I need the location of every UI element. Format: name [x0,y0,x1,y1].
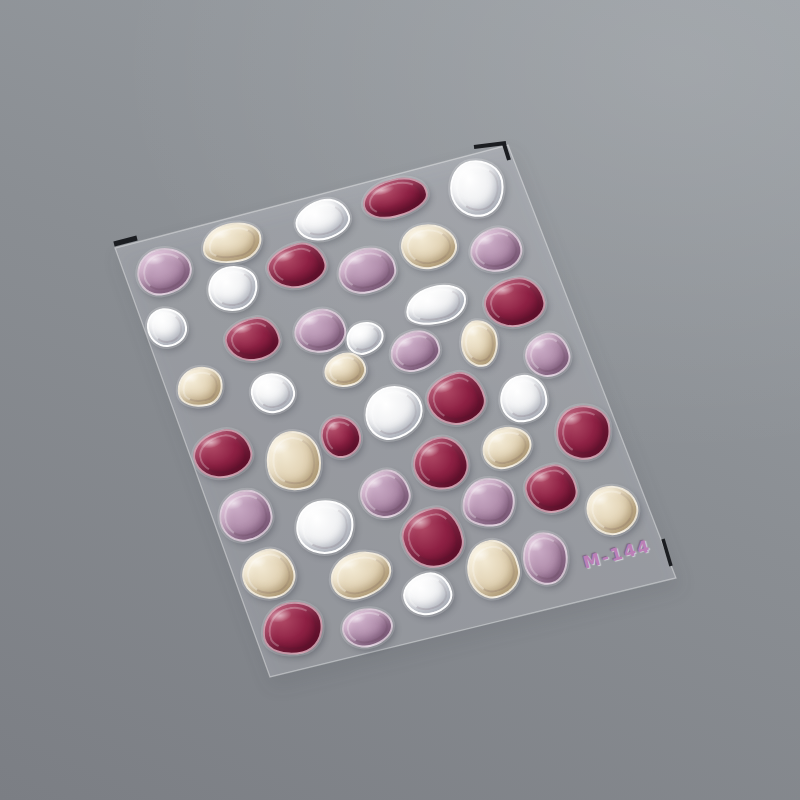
sticker-burgundy [221,313,283,365]
sticker-burgundy [480,273,548,331]
sticker-white [248,370,298,416]
sticker-layer [0,0,800,800]
sticker-burgundy [188,424,256,483]
sticker-mauve [290,304,350,358]
sticker-burgundy [408,431,473,494]
sticker-white [445,155,508,221]
sticker-beige [173,362,227,411]
sticker-burgundy [358,172,431,225]
sticker-beige [258,424,328,497]
sticker-beige [458,317,500,368]
sticker-burgundy [422,367,491,431]
sticker-white [290,193,354,247]
sticker-mauve [458,474,518,531]
sticker-white [204,260,263,315]
sticker-mauve [355,464,416,523]
sticker-burgundy [522,461,581,517]
sticker-mauve [213,484,276,546]
sticker-burgundy [550,399,616,465]
sticker-mauve [518,528,572,589]
sticker-burgundy [262,237,330,295]
sticker-white [401,279,471,332]
sticker-mauve [338,602,397,652]
photo-background: M-144 [0,0,800,800]
sticker-beige [398,220,460,272]
sticker-mauve [520,329,573,381]
sticker-burgundy [397,503,467,573]
sticker-white [145,306,188,348]
sticker-white [398,568,455,620]
sticker-white [360,380,427,443]
sticker-burgundy [257,596,328,661]
sticker-white [496,371,549,424]
sticker-mauve [334,242,400,297]
sticker-beige [325,545,396,605]
sticker-mauve [385,325,444,377]
sticker-beige [460,534,526,604]
sticker-white [291,495,358,559]
sticker-beige [198,217,265,269]
sticker-burgundy [319,414,364,461]
sticker-mauve [134,245,194,297]
sticker-mauve [465,222,526,277]
sticker-beige [478,421,536,473]
sticker-beige [237,544,299,604]
sticker-beige [579,478,644,542]
